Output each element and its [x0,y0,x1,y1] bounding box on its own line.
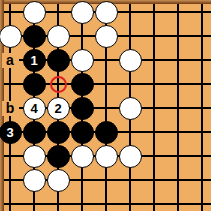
stone-white [0,25,22,48]
stone-white [95,25,118,48]
stone-black [71,97,94,120]
stone-white [47,25,70,48]
stone-white [71,49,94,72]
stone-number: 4 [30,102,37,115]
stone-white [95,145,118,168]
stone-white [71,145,94,168]
stone-white-move-2: 2 [47,97,70,120]
stone-black [47,145,70,168]
stone-number: 2 [54,102,61,115]
grid-line-horizontal-9 [4,203,211,205]
stone-black [71,73,94,96]
stone-black [71,121,94,144]
stone-white [119,145,142,168]
stone-white [95,1,118,24]
stone-black [47,49,70,72]
stone-number: 1 [30,54,37,67]
stone-white [23,169,46,192]
stone-black-move-3: 3 [0,121,22,144]
stone-white [23,1,46,24]
point-label-b: b [2,101,19,116]
stone-black-move-1: 1 [23,49,46,72]
stone-white [71,1,94,24]
stone-black [47,121,70,144]
stone-white-move-4: 4 [23,97,46,120]
point-label-a: a [2,53,19,68]
stone-number: 3 [6,126,13,139]
stone-white [119,49,142,72]
stone-white [23,145,46,168]
stone-white [47,169,70,192]
stone-black [23,121,46,144]
stone-black [23,25,46,48]
stone-black [95,121,118,144]
circle-mark [50,76,67,93]
stone-white [119,97,142,120]
go-board-diagram: ab1423 [0,0,211,211]
stone-black [23,73,46,96]
